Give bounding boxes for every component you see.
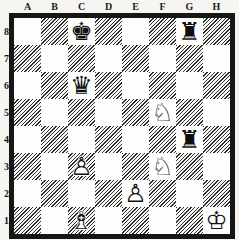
file-label-h: H xyxy=(203,0,230,13)
square-b1 xyxy=(41,207,68,234)
square-g4: ♜ xyxy=(176,126,203,153)
square-c4 xyxy=(68,126,95,153)
square-f3: ♞♘ xyxy=(149,153,176,180)
square-g5 xyxy=(176,99,203,126)
square-g1 xyxy=(176,207,203,234)
square-f2 xyxy=(149,180,176,207)
square-c1: ♝♗ xyxy=(68,207,95,234)
square-e7 xyxy=(122,45,149,72)
white-knight-on-f3: ♞♘ xyxy=(149,153,176,180)
file-label-f: F xyxy=(149,0,176,13)
black-queen-on-c6: ♛ xyxy=(68,72,95,99)
square-h8 xyxy=(203,18,230,45)
square-a4 xyxy=(14,126,41,153)
square-f5: ♞♘ xyxy=(149,99,176,126)
file-label-g: G xyxy=(176,0,203,13)
white-bishop-on-c1: ♝♗ xyxy=(68,207,95,234)
square-f7 xyxy=(149,45,176,72)
square-d5 xyxy=(95,99,122,126)
file-label-e: E xyxy=(122,0,149,13)
square-g6 xyxy=(176,72,203,99)
square-e5 xyxy=(122,99,149,126)
square-a6 xyxy=(14,72,41,99)
square-a1 xyxy=(14,207,41,234)
black-rook-on-g4: ♜ xyxy=(176,126,203,153)
square-c6: ♛ xyxy=(68,72,95,99)
square-b2 xyxy=(41,180,68,207)
square-b6 xyxy=(41,72,68,99)
square-e8 xyxy=(122,18,149,45)
square-h2 xyxy=(203,180,230,207)
square-e3 xyxy=(122,153,149,180)
white-pawn-on-c3: ♟♙ xyxy=(68,153,95,180)
square-a8 xyxy=(14,18,41,45)
square-c5 xyxy=(68,99,95,126)
square-b4 xyxy=(41,126,68,153)
square-d7 xyxy=(95,45,122,72)
black-rook-on-g8: ♜ xyxy=(176,18,203,45)
square-f8 xyxy=(149,18,176,45)
white-knight-on-f5: ♞♘ xyxy=(149,99,176,126)
square-g7 xyxy=(176,45,203,72)
square-h3 xyxy=(203,153,230,180)
square-d1 xyxy=(95,207,122,234)
square-d3 xyxy=(95,153,122,180)
square-h1: ♚♔ xyxy=(203,207,230,234)
square-c2 xyxy=(68,180,95,207)
square-a7 xyxy=(14,45,41,72)
file-label-d: D xyxy=(95,0,122,13)
square-e2: ♟♙ xyxy=(122,180,149,207)
square-h5 xyxy=(203,99,230,126)
file-label-c: C xyxy=(68,0,95,13)
square-g3 xyxy=(176,153,203,180)
square-g2 xyxy=(176,180,203,207)
square-h7 xyxy=(203,45,230,72)
file-label-a: A xyxy=(14,0,41,13)
square-h4 xyxy=(203,126,230,153)
black-king-on-c8: ♚ xyxy=(68,18,95,45)
square-e1 xyxy=(122,207,149,234)
square-d2 xyxy=(95,180,122,207)
square-f4 xyxy=(149,126,176,153)
square-d4 xyxy=(95,126,122,153)
square-e4 xyxy=(122,126,149,153)
square-a5 xyxy=(14,99,41,126)
square-c8: ♚ xyxy=(68,18,95,45)
file-label-b: B xyxy=(41,0,68,13)
square-f1 xyxy=(149,207,176,234)
square-b3 xyxy=(41,153,68,180)
white-pawn-on-e2: ♟♙ xyxy=(122,180,149,207)
square-h6 xyxy=(203,72,230,99)
square-c7 xyxy=(68,45,95,72)
chess-board: ♚♜♛♞♘♜♟♙♞♘♟♙♝♗♚♔ xyxy=(9,13,235,239)
square-b5 xyxy=(41,99,68,126)
file-labels: ABCDEFGH xyxy=(14,0,230,13)
square-a2 xyxy=(14,180,41,207)
square-b7 xyxy=(41,45,68,72)
square-a3 xyxy=(14,153,41,180)
square-b8 xyxy=(41,18,68,45)
square-g8: ♜ xyxy=(176,18,203,45)
square-f6 xyxy=(149,72,176,99)
square-c3: ♟♙ xyxy=(68,153,95,180)
chess-diagram-page: ABCDEFGH 87654321 ♚♜♛♞♘♜♟♙♞♘♟♙♝♗♚♔ xyxy=(0,0,239,240)
square-d8 xyxy=(95,18,122,45)
white-king-on-h1: ♚♔ xyxy=(203,207,230,234)
square-e6 xyxy=(122,72,149,99)
square-d6 xyxy=(95,72,122,99)
